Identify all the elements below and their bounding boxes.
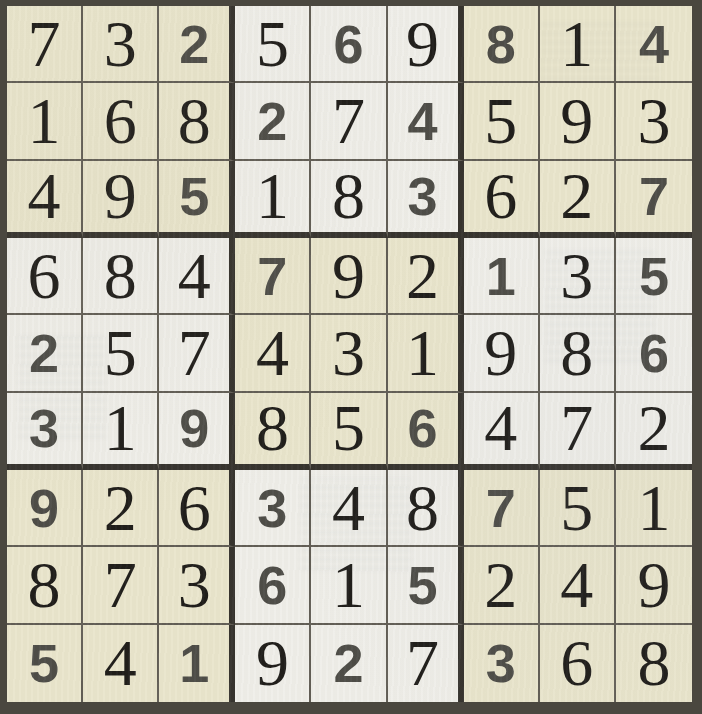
cell-r7c9[interactable]: 1 bbox=[616, 470, 692, 547]
cell-r3c2[interactable]: 9 bbox=[83, 161, 159, 238]
cell-r8c6[interactable]: 5 bbox=[388, 547, 464, 624]
cell-r3c6[interactable]: 3 bbox=[388, 161, 464, 238]
cell-r2c5[interactable]: 7 bbox=[311, 83, 387, 160]
cell-r7c2[interactable]: 2 bbox=[83, 470, 159, 547]
cell-r6c4[interactable]: 8 bbox=[235, 393, 311, 470]
cell-r7c4[interactable]: 3 bbox=[235, 470, 311, 547]
cell-r9c8[interactable]: 6 bbox=[540, 625, 616, 702]
cell-r7c8[interactable]: 5 bbox=[540, 470, 616, 547]
cell-r1c4[interactable]: 5 bbox=[235, 6, 311, 83]
cell-r7c7[interactable]: 7 bbox=[464, 470, 540, 547]
cell-r7c5[interactable]: 4 bbox=[311, 470, 387, 547]
cell-r9c4[interactable]: 9 bbox=[235, 625, 311, 702]
cell-r4c6[interactable]: 2 bbox=[388, 238, 464, 315]
sudoku-board: 7325698141682745934951836276847921352574… bbox=[0, 0, 702, 714]
cell-r5c9[interactable]: 6 bbox=[616, 315, 692, 392]
cell-r9c9[interactable]: 8 bbox=[616, 625, 692, 702]
cell-r1c5[interactable]: 6 bbox=[311, 6, 387, 83]
cell-r8c9[interactable]: 9 bbox=[616, 547, 692, 624]
cell-r8c5[interactable]: 1 bbox=[311, 547, 387, 624]
cell-r5c1[interactable]: 2 bbox=[7, 315, 83, 392]
cell-r1c3[interactable]: 2 bbox=[159, 6, 235, 83]
cell-r4c4[interactable]: 7 bbox=[235, 238, 311, 315]
cell-r3c9[interactable]: 7 bbox=[616, 161, 692, 238]
cell-r8c8[interactable]: 4 bbox=[540, 547, 616, 624]
cell-r5c7[interactable]: 9 bbox=[464, 315, 540, 392]
cell-r2c2[interactable]: 6 bbox=[83, 83, 159, 160]
cell-r5c4[interactable]: 4 bbox=[235, 315, 311, 392]
cell-r9c3[interactable]: 1 bbox=[159, 625, 235, 702]
cell-r9c2[interactable]: 4 bbox=[83, 625, 159, 702]
cell-r6c9[interactable]: 2 bbox=[616, 393, 692, 470]
cell-r2c9[interactable]: 3 bbox=[616, 83, 692, 160]
cell-r6c1[interactable]: 3 bbox=[7, 393, 83, 470]
cell-r6c5[interactable]: 5 bbox=[311, 393, 387, 470]
cell-r7c6[interactable]: 8 bbox=[388, 470, 464, 547]
cell-r4c5[interactable]: 9 bbox=[311, 238, 387, 315]
cell-r2c8[interactable]: 9 bbox=[540, 83, 616, 160]
cell-r3c8[interactable]: 2 bbox=[540, 161, 616, 238]
cell-r7c3[interactable]: 6 bbox=[159, 470, 235, 547]
cell-r8c2[interactable]: 7 bbox=[83, 547, 159, 624]
sudoku-scan: 7325698141682745934951836276847921352574… bbox=[0, 0, 702, 714]
cell-r3c3[interactable]: 5 bbox=[159, 161, 235, 238]
cell-r6c3[interactable]: 9 bbox=[159, 393, 235, 470]
cell-r3c7[interactable]: 6 bbox=[464, 161, 540, 238]
cell-r4c1[interactable]: 6 bbox=[7, 238, 83, 315]
cell-r8c3[interactable]: 3 bbox=[159, 547, 235, 624]
cell-r5c2[interactable]: 5 bbox=[83, 315, 159, 392]
cell-r6c2[interactable]: 1 bbox=[83, 393, 159, 470]
cell-r9c5[interactable]: 2 bbox=[311, 625, 387, 702]
cell-r2c7[interactable]: 5 bbox=[464, 83, 540, 160]
cell-r4c2[interactable]: 8 bbox=[83, 238, 159, 315]
cell-r8c7[interactable]: 2 bbox=[464, 547, 540, 624]
cell-r6c8[interactable]: 7 bbox=[540, 393, 616, 470]
cell-r6c7[interactable]: 4 bbox=[464, 393, 540, 470]
cell-r7c1[interactable]: 9 bbox=[7, 470, 83, 547]
cell-r4c3[interactable]: 4 bbox=[159, 238, 235, 315]
cell-r9c6[interactable]: 7 bbox=[388, 625, 464, 702]
cell-r8c1[interactable]: 8 bbox=[7, 547, 83, 624]
cell-r6c6[interactable]: 6 bbox=[388, 393, 464, 470]
cell-r5c3[interactable]: 7 bbox=[159, 315, 235, 392]
cell-r4c9[interactable]: 5 bbox=[616, 238, 692, 315]
cell-r2c1[interactable]: 1 bbox=[7, 83, 83, 160]
cell-r9c7[interactable]: 3 bbox=[464, 625, 540, 702]
cell-r1c7[interactable]: 8 bbox=[464, 6, 540, 83]
cell-r8c4[interactable]: 6 bbox=[235, 547, 311, 624]
cell-r5c5[interactable]: 3 bbox=[311, 315, 387, 392]
cell-r1c6[interactable]: 9 bbox=[388, 6, 464, 83]
cell-r2c4[interactable]: 2 bbox=[235, 83, 311, 160]
cell-r3c5[interactable]: 8 bbox=[311, 161, 387, 238]
cell-r4c8[interactable]: 3 bbox=[540, 238, 616, 315]
cell-r2c3[interactable]: 8 bbox=[159, 83, 235, 160]
cell-r1c8[interactable]: 1 bbox=[540, 6, 616, 83]
cell-r3c1[interactable]: 4 bbox=[7, 161, 83, 238]
cell-r5c8[interactable]: 8 bbox=[540, 315, 616, 392]
cell-r1c9[interactable]: 4 bbox=[616, 6, 692, 83]
cell-r5c6[interactable]: 1 bbox=[388, 315, 464, 392]
cell-r4c7[interactable]: 1 bbox=[464, 238, 540, 315]
cell-r9c1[interactable]: 5 bbox=[7, 625, 83, 702]
cell-r1c1[interactable]: 7 bbox=[7, 6, 83, 83]
cell-r2c6[interactable]: 4 bbox=[388, 83, 464, 160]
cell-r3c4[interactable]: 1 bbox=[235, 161, 311, 238]
cell-r1c2[interactable]: 3 bbox=[83, 6, 159, 83]
